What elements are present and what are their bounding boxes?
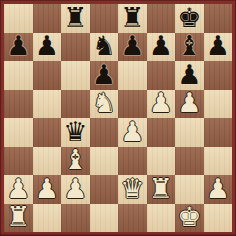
- square-g6[interactable]: ♟: [175, 61, 204, 90]
- square-h2[interactable]: ♟: [204, 175, 233, 204]
- square-c7[interactable]: [61, 33, 90, 62]
- black-rook-piece[interactable]: ♜: [63, 4, 87, 31]
- square-a3[interactable]: [4, 147, 33, 176]
- square-a2[interactable]: ♟: [4, 175, 33, 204]
- square-b7[interactable]: ♟: [33, 33, 62, 62]
- square-b6[interactable]: [33, 61, 62, 90]
- square-e2[interactable]: ♛: [118, 175, 147, 204]
- square-e8[interactable]: ♜: [118, 4, 147, 33]
- square-d1[interactable]: [90, 204, 119, 233]
- square-c8[interactable]: ♜: [61, 4, 90, 33]
- square-b8[interactable]: [33, 4, 62, 33]
- white-king-piece[interactable]: ♚: [177, 204, 201, 231]
- square-b1[interactable]: [33, 204, 62, 233]
- black-king-piece[interactable]: ♚: [177, 4, 201, 31]
- black-pawn-piece[interactable]: ♟: [206, 33, 230, 60]
- square-d5[interactable]: ♞: [90, 90, 119, 119]
- square-a6[interactable]: [4, 61, 33, 90]
- square-c6[interactable]: [61, 61, 90, 90]
- black-queen-piece[interactable]: ♛: [63, 118, 87, 145]
- square-d6[interactable]: ♟: [90, 61, 119, 90]
- chess-board: ♜♜♚♟♟♞♟♟♝♟♟♟♞♟♟♛♟♝♟♟♟♛♜♟♜♚: [4, 4, 232, 232]
- square-a8[interactable]: [4, 4, 33, 33]
- square-e6[interactable]: [118, 61, 147, 90]
- square-d7[interactable]: ♞: [90, 33, 119, 62]
- square-e3[interactable]: [118, 147, 147, 176]
- square-h1[interactable]: [204, 204, 233, 233]
- square-g3[interactable]: [175, 147, 204, 176]
- square-f4[interactable]: [147, 118, 176, 147]
- white-pawn-piece[interactable]: ♟: [63, 175, 87, 202]
- white-knight-piece[interactable]: ♞: [92, 90, 116, 117]
- white-rook-piece[interactable]: ♜: [6, 204, 30, 231]
- black-rook-piece[interactable]: ♜: [120, 4, 144, 31]
- square-h8[interactable]: [204, 4, 233, 33]
- black-pawn-piece[interactable]: ♟: [177, 61, 201, 88]
- square-b3[interactable]: [33, 147, 62, 176]
- square-f6[interactable]: [147, 61, 176, 90]
- square-a4[interactable]: [4, 118, 33, 147]
- square-d4[interactable]: [90, 118, 119, 147]
- black-pawn-piece[interactable]: ♟: [120, 33, 144, 60]
- square-f3[interactable]: [147, 147, 176, 176]
- square-b2[interactable]: ♟: [33, 175, 62, 204]
- square-f7[interactable]: ♟: [147, 33, 176, 62]
- black-pawn-piece[interactable]: ♟: [92, 61, 116, 88]
- white-pawn-piece[interactable]: ♟: [120, 118, 144, 145]
- white-pawn-piece[interactable]: ♟: [35, 175, 59, 202]
- square-g7[interactable]: ♝: [175, 33, 204, 62]
- black-bishop-piece[interactable]: ♝: [177, 33, 201, 60]
- square-f8[interactable]: [147, 4, 176, 33]
- square-a5[interactable]: [4, 90, 33, 119]
- black-pawn-piece[interactable]: ♟: [6, 33, 30, 60]
- square-e5[interactable]: [118, 90, 147, 119]
- square-c3[interactable]: ♝: [61, 147, 90, 176]
- white-pawn-piece[interactable]: ♟: [6, 175, 30, 202]
- square-g4[interactable]: [175, 118, 204, 147]
- white-bishop-piece[interactable]: ♝: [63, 147, 87, 174]
- square-b5[interactable]: [33, 90, 62, 119]
- black-knight-piece[interactable]: ♞: [92, 33, 116, 60]
- square-g5[interactable]: ♟: [175, 90, 204, 119]
- square-a1[interactable]: ♜: [4, 204, 33, 233]
- square-c4[interactable]: ♛: [61, 118, 90, 147]
- square-a7[interactable]: ♟: [4, 33, 33, 62]
- square-c1[interactable]: [61, 204, 90, 233]
- square-h3[interactable]: [204, 147, 233, 176]
- white-pawn-piece[interactable]: ♟: [177, 90, 201, 117]
- square-h4[interactable]: [204, 118, 233, 147]
- square-d8[interactable]: [90, 4, 119, 33]
- square-g2[interactable]: [175, 175, 204, 204]
- white-pawn-piece[interactable]: ♟: [149, 90, 173, 117]
- square-h6[interactable]: [204, 61, 233, 90]
- square-e4[interactable]: ♟: [118, 118, 147, 147]
- black-pawn-piece[interactable]: ♟: [35, 33, 59, 60]
- square-e7[interactable]: ♟: [118, 33, 147, 62]
- square-f5[interactable]: ♟: [147, 90, 176, 119]
- square-c2[interactable]: ♟: [61, 175, 90, 204]
- square-d3[interactable]: [90, 147, 119, 176]
- square-f2[interactable]: ♜: [147, 175, 176, 204]
- square-h7[interactable]: ♟: [204, 33, 233, 62]
- square-h5[interactable]: [204, 90, 233, 119]
- white-pawn-piece[interactable]: ♟: [206, 175, 230, 202]
- square-c5[interactable]: [61, 90, 90, 119]
- square-e1[interactable]: [118, 204, 147, 233]
- square-f1[interactable]: [147, 204, 176, 233]
- square-g8[interactable]: ♚: [175, 4, 204, 33]
- black-pawn-piece[interactable]: ♟: [149, 33, 173, 60]
- square-d2[interactable]: [90, 175, 119, 204]
- board-frame: ♜♜♚♟♟♞♟♟♝♟♟♟♞♟♟♛♟♝♟♟♟♛♜♟♜♚: [0, 0, 236, 236]
- white-queen-piece[interactable]: ♛: [120, 175, 144, 202]
- square-g1[interactable]: ♚: [175, 204, 204, 233]
- square-b4[interactable]: [33, 118, 62, 147]
- white-rook-piece[interactable]: ♜: [149, 175, 173, 202]
